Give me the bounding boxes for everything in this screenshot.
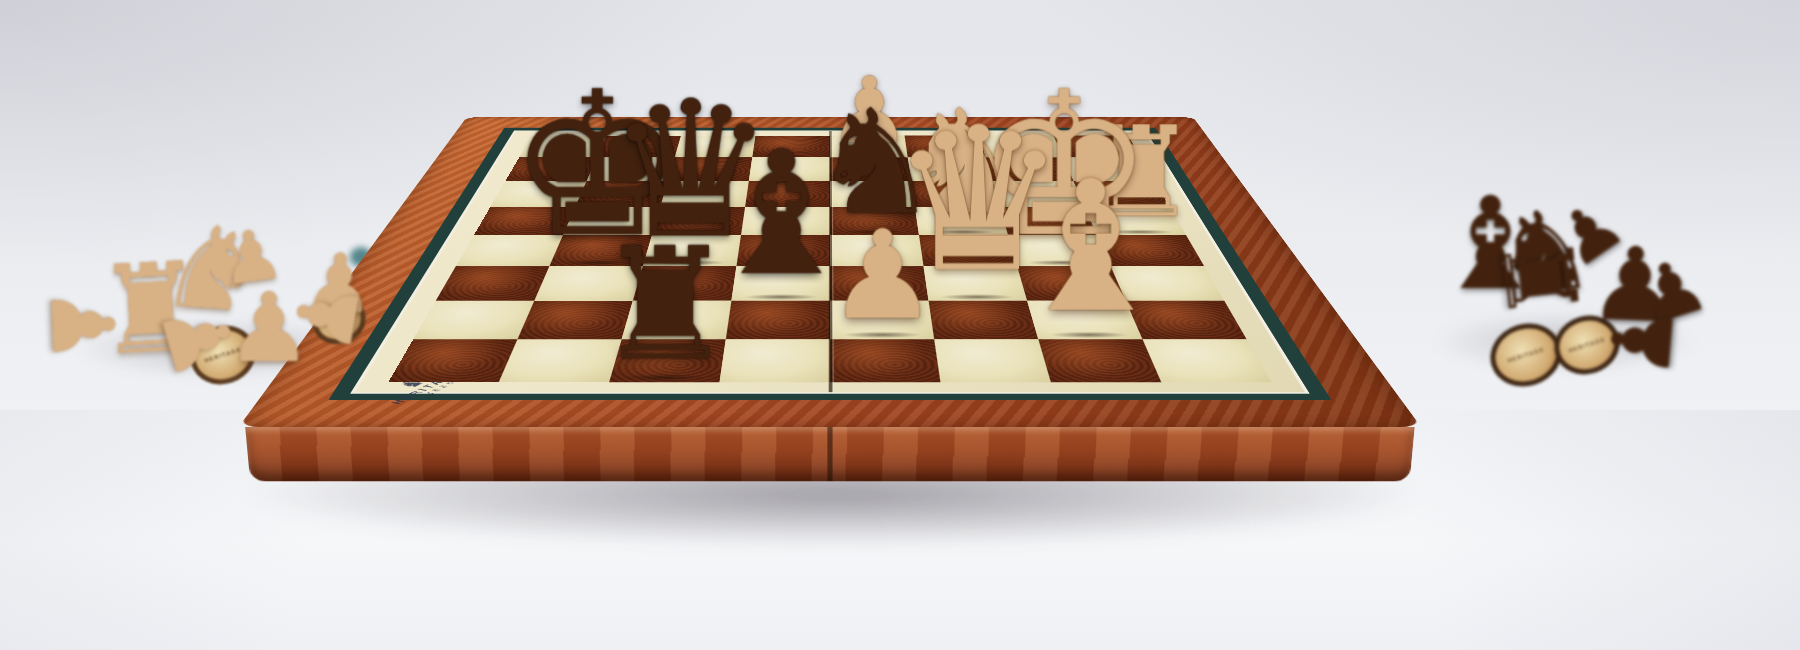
square-f5: ♝ [731, 266, 830, 301]
square-g8 [413, 301, 534, 339]
board-scene: ♞ HERITAGE CHESS ♟♞♞♜♚♛♚♝♛♟♝♜ [380, 0, 1280, 650]
right-pile-shadow [1430, 310, 1700, 374]
square-h3 [934, 339, 1051, 382]
piece-black-rook-h6: ♜ [595, 226, 734, 381]
square-g2: ♝ [1027, 301, 1142, 339]
square-h4 [830, 339, 940, 382]
board-front-rail [245, 427, 1415, 481]
square-h2 [1038, 339, 1161, 382]
square-f8 [436, 266, 550, 301]
rail-fold-seam [827, 427, 832, 481]
piece-white-pawn-g4: ♟ [827, 215, 937, 338]
board-grid: ♟♞♞♜♚♛♚♝♛♟♝♜ [388, 136, 1272, 383]
piece-white-bishop-g2: ♝ [1009, 157, 1171, 338]
square-g4: ♟ [830, 301, 934, 339]
square-h6: ♜ [609, 339, 726, 382]
square-h5 [720, 339, 830, 382]
square-g5 [726, 301, 830, 339]
chess-board: ♞ HERITAGE CHESS ♟♞♞♜♚♛♚♝♛♟♝♜ [239, 117, 1422, 427]
